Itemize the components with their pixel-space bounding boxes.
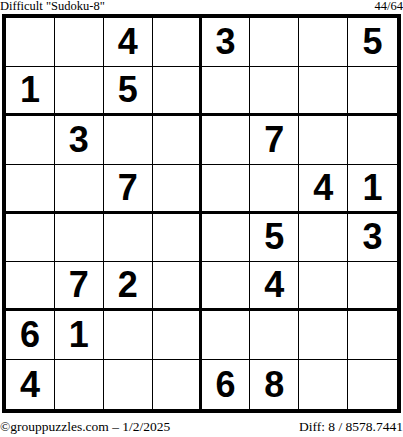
cell-r2c1: 1 [6,67,55,116]
cell-r8c1: 4 [6,360,55,409]
cell-r4c5[interactable] [202,165,251,214]
cell-r3c6: 7 [250,116,299,165]
cell-r4c1[interactable] [6,165,55,214]
cell-r6c5[interactable] [202,262,251,311]
cell-r1c2[interactable] [55,18,104,67]
cell-r4c8: 1 [348,165,397,214]
cell-r8c3[interactable] [104,360,153,409]
cell-r4c6[interactable] [250,165,299,214]
cell-r2c5[interactable] [202,67,251,116]
cell-r1c5: 3 [202,18,251,67]
cell-r6c4[interactable] [153,262,202,311]
page-footer: ©grouppuzzles.com – 1/2/2025 Diff: 8 / 8… [0,419,403,434]
cell-r3c7[interactable] [299,116,348,165]
cell-r3c8[interactable] [348,116,397,165]
cell-r4c3: 7 [104,165,153,214]
copyright-date: ©grouppuzzles.com – 1/2/2025 [0,419,170,434]
cell-r2c8[interactable] [348,67,397,116]
cell-r5c8: 3 [348,214,397,263]
cell-r1c4[interactable] [153,18,202,67]
cell-r3c3[interactable] [104,116,153,165]
cell-r2c6[interactable] [250,67,299,116]
cell-r7c5[interactable] [202,311,251,360]
cell-r5c1[interactable] [6,214,55,263]
cell-r7c1: 6 [6,311,55,360]
cell-r7c6[interactable] [250,311,299,360]
cell-r2c3: 5 [104,67,153,116]
cell-r4c2[interactable] [55,165,104,214]
cell-r2c4[interactable] [153,67,202,116]
cell-r6c3: 2 [104,262,153,311]
cell-r3c1[interactable] [6,116,55,165]
cell-r1c7[interactable] [299,18,348,67]
cell-r6c6: 4 [250,262,299,311]
cell-r3c4[interactable] [153,116,202,165]
cell-r1c6[interactable] [250,18,299,67]
cell-r3c2: 3 [55,116,104,165]
cell-r1c3: 4 [104,18,153,67]
cell-r6c1[interactable] [6,262,55,311]
cell-r8c8[interactable] [348,360,397,409]
cell-r7c4[interactable] [153,311,202,360]
cell-r2c2[interactable] [55,67,104,116]
cell-r1c1[interactable] [6,18,55,67]
cell-r5c7[interactable] [299,214,348,263]
cell-r2c7[interactable] [299,67,348,116]
cell-r4c7: 4 [299,165,348,214]
cell-r6c8[interactable] [348,262,397,311]
cell-r1c8: 5 [348,18,397,67]
cell-r5c4[interactable] [153,214,202,263]
blank-counter: 44/64 [375,0,403,13]
sudoku-board: 43515377415372461468 [2,14,401,413]
cell-r7c2: 1 [55,311,104,360]
cell-r5c2[interactable] [55,214,104,263]
cell-r6c2: 7 [55,262,104,311]
cell-r7c8[interactable] [348,311,397,360]
cell-r8c4[interactable] [153,360,202,409]
cell-r4c4[interactable] [153,165,202,214]
cell-r8c5: 6 [202,360,251,409]
difficulty-rating: Diff: 8 / 8578.7441 [299,419,403,434]
cell-r5c5[interactable] [202,214,251,263]
cell-r7c3[interactable] [104,311,153,360]
puzzle-title: Difficult "Sudoku-8" [0,0,105,13]
cell-r3c5[interactable] [202,116,251,165]
cell-r8c2[interactable] [55,360,104,409]
cell-r5c3[interactable] [104,214,153,263]
cell-r5c6: 5 [250,214,299,263]
cell-r7c7[interactable] [299,311,348,360]
cell-r8c7[interactable] [299,360,348,409]
cell-r6c7[interactable] [299,262,348,311]
page-header: Difficult "Sudoku-8" 44/64 [0,0,403,13]
cell-r8c6: 8 [250,360,299,409]
